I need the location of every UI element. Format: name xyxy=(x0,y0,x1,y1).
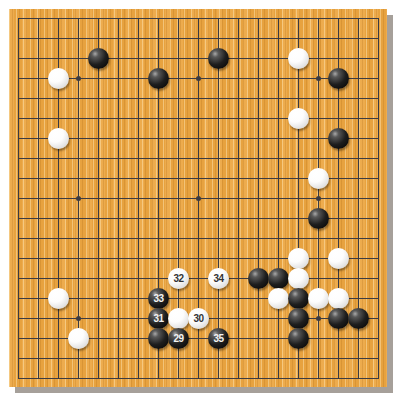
grid-line-horizontal xyxy=(18,378,379,379)
white-stone xyxy=(308,168,329,189)
black-stone xyxy=(88,48,109,69)
white-stone xyxy=(268,288,289,309)
white-stone xyxy=(328,248,349,269)
white-stone: 32 xyxy=(168,268,189,289)
black-stone: 33 xyxy=(148,288,169,309)
move-number-label: 31 xyxy=(153,308,163,329)
black-stone xyxy=(288,288,309,309)
white-stone xyxy=(288,248,309,269)
move-number-label: 34 xyxy=(213,268,223,289)
grid-line-vertical xyxy=(218,18,219,379)
black-stone xyxy=(148,328,169,349)
grid-line-horizontal xyxy=(18,358,379,359)
black-stone xyxy=(328,308,349,329)
grid-line-vertical xyxy=(238,18,239,379)
white-stone xyxy=(328,288,349,309)
star-point xyxy=(196,76,201,81)
black-stone xyxy=(348,308,369,329)
white-stone xyxy=(288,108,309,129)
star-point xyxy=(316,316,321,321)
black-stone xyxy=(288,328,309,349)
star-point xyxy=(76,76,81,81)
grid-line-vertical xyxy=(258,18,259,379)
black-stone: 31 xyxy=(148,308,169,329)
grid-line-horizontal xyxy=(18,258,379,259)
white-stone xyxy=(308,288,329,309)
star-point xyxy=(316,76,321,81)
black-stone xyxy=(208,48,229,69)
move-number-label: 30 xyxy=(193,308,203,329)
star-point xyxy=(76,316,81,321)
black-stone: 29 xyxy=(168,328,189,349)
white-stone xyxy=(288,48,309,69)
black-stone xyxy=(148,68,169,89)
grid-line-vertical xyxy=(378,18,379,379)
black-stone xyxy=(248,268,269,289)
go-board[interactable]: 32343331302935 xyxy=(9,9,387,387)
star-point xyxy=(76,196,81,201)
white-stone xyxy=(168,308,189,329)
black-stone xyxy=(308,208,329,229)
star-point xyxy=(196,196,201,201)
white-stone: 34 xyxy=(208,268,229,289)
white-stone xyxy=(48,68,69,89)
move-number-label: 32 xyxy=(173,268,183,289)
white-stone xyxy=(288,268,309,289)
black-stone xyxy=(328,128,349,149)
black-stone xyxy=(328,68,349,89)
white-stone xyxy=(48,128,69,149)
white-stone: 30 xyxy=(188,308,209,329)
grid-line-vertical xyxy=(278,18,279,379)
page-background: 32343331302935 xyxy=(0,0,400,400)
grid-line-horizontal xyxy=(18,278,379,279)
black-stone xyxy=(288,308,309,329)
white-stone xyxy=(48,288,69,309)
move-number-label: 29 xyxy=(173,328,183,349)
move-number-label: 33 xyxy=(153,288,163,309)
star-point xyxy=(316,196,321,201)
black-stone xyxy=(268,268,289,289)
black-stone: 35 xyxy=(208,328,229,349)
white-stone xyxy=(68,328,89,349)
grid-line-horizontal xyxy=(18,238,379,239)
move-number-label: 35 xyxy=(213,328,223,349)
